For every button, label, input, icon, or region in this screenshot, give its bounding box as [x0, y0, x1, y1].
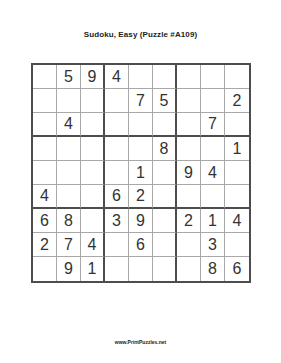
cell-r1c2: 5	[57, 65, 81, 89]
cell-r7c9: 4	[225, 209, 249, 233]
cell-r1c3: 9	[81, 65, 105, 89]
cell-r9c5	[129, 257, 153, 281]
cell-r8c4	[105, 233, 129, 257]
cell-r9c4	[105, 257, 129, 281]
cell-r5c3	[81, 161, 105, 185]
cell-r5c1	[33, 161, 57, 185]
cell-r7c3	[81, 209, 105, 233]
cell-r5c5: 1	[129, 161, 153, 185]
cell-r5c9	[225, 161, 249, 185]
cell-r8c7	[177, 233, 201, 257]
cell-r2c5: 7	[129, 89, 153, 113]
cell-r6c1: 4	[33, 185, 57, 209]
cell-r3c3	[81, 113, 105, 137]
cell-r3c4	[105, 113, 129, 137]
cell-r8c8: 3	[201, 233, 225, 257]
cell-r4c9: 1	[225, 137, 249, 161]
cell-r4c3	[81, 137, 105, 161]
cell-r3c5	[129, 113, 153, 137]
cell-r9c2: 9	[57, 257, 81, 281]
cell-r2c3	[81, 89, 105, 113]
cell-r9c9: 6	[225, 257, 249, 281]
cell-r6c9	[225, 185, 249, 209]
cell-r2c2	[57, 89, 81, 113]
cell-r4c8	[201, 137, 225, 161]
cell-r1c7	[177, 65, 201, 89]
cell-r5c4	[105, 161, 129, 185]
cell-r5c2	[57, 161, 81, 185]
cell-r2c7	[177, 89, 201, 113]
cell-r9c3: 1	[81, 257, 105, 281]
cell-r1c6	[153, 65, 177, 89]
cell-r7c2: 8	[57, 209, 81, 233]
cell-r7c6	[153, 209, 177, 233]
cell-r3c6	[153, 113, 177, 137]
cell-r9c1	[33, 257, 57, 281]
puzzle-title: Sudoku, Easy (Puzzle #A109)	[0, 30, 281, 39]
cell-r5c8: 4	[201, 161, 225, 185]
cell-r1c9	[225, 65, 249, 89]
cell-r2c8	[201, 89, 225, 113]
cell-r8c5: 6	[129, 233, 153, 257]
cell-r4c5	[129, 137, 153, 161]
footer-url: www.PrintPuzzles.net	[0, 339, 281, 345]
cell-r7c5: 9	[129, 209, 153, 233]
cell-r5c7: 9	[177, 161, 201, 185]
cell-r6c2	[57, 185, 81, 209]
cell-r4c1	[33, 137, 57, 161]
cell-r2c9: 2	[225, 89, 249, 113]
cell-r4c6: 8	[153, 137, 177, 161]
cell-r6c8	[201, 185, 225, 209]
cell-r7c1: 6	[33, 209, 57, 233]
cell-r3c9	[225, 113, 249, 137]
cell-r8c6	[153, 233, 177, 257]
cell-r9c8: 8	[201, 257, 225, 281]
printable-page: Sudoku, Easy (Puzzle #A109) 594752478119…	[0, 0, 281, 363]
cell-r4c7	[177, 137, 201, 161]
cell-r7c8: 1	[201, 209, 225, 233]
cell-r9c6	[153, 257, 177, 281]
cell-r6c6	[153, 185, 177, 209]
cell-r8c1: 2	[33, 233, 57, 257]
cell-r8c3: 4	[81, 233, 105, 257]
cell-r2c4	[105, 89, 129, 113]
cell-r3c8: 7	[201, 113, 225, 137]
cell-r7c4: 3	[105, 209, 129, 233]
cell-r6c7	[177, 185, 201, 209]
cell-r1c5	[129, 65, 153, 89]
cell-r8c2: 7	[57, 233, 81, 257]
cell-r4c4	[105, 137, 129, 161]
cell-r2c1	[33, 89, 57, 113]
cell-r2c6: 5	[153, 89, 177, 113]
cell-r6c5: 2	[129, 185, 153, 209]
cell-r3c1	[33, 113, 57, 137]
cell-r1c8	[201, 65, 225, 89]
cell-r7c7: 2	[177, 209, 201, 233]
cell-r4c2	[57, 137, 81, 161]
cell-r5c6	[153, 161, 177, 185]
sudoku-board: 59475247811944626839214274639186	[31, 63, 251, 283]
cell-r3c7	[177, 113, 201, 137]
cell-r8c9	[225, 233, 249, 257]
cell-r9c7	[177, 257, 201, 281]
cell-r1c4: 4	[105, 65, 129, 89]
cell-r3c2: 4	[57, 113, 81, 137]
cell-r1c1	[33, 65, 57, 89]
cell-r6c3	[81, 185, 105, 209]
cell-r6c4: 6	[105, 185, 129, 209]
